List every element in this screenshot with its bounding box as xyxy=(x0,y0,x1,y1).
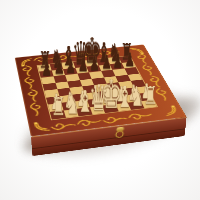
product-photo: ♜♞♝♛♚♝♞♜♟♟♟♟♟♟♟♟♟♟♟♟♟♟♟♟♜♞♝♛♚♝♞♜ xyxy=(0,0,200,200)
chess-box: ♜♞♝♛♚♝♞♜♟♟♟♟♟♟♟♟♟♟♟♟♟♟♟♟♜♞♝♛♚♝♞♜ xyxy=(15,45,187,137)
white-rook[interactable]: ♜ xyxy=(45,97,72,118)
scene: ♜♞♝♛♚♝♞♜♟♟♟♟♟♟♟♟♟♟♟♟♟♟♟♟♜♞♝♛♚♝♞♜ xyxy=(0,0,200,200)
square-a1[interactable]: ♜ xyxy=(50,110,65,119)
brass-clasp-icon xyxy=(115,127,125,139)
black-pawn[interactable]: ♟ xyxy=(34,60,59,76)
square-h6[interactable] xyxy=(124,67,139,74)
